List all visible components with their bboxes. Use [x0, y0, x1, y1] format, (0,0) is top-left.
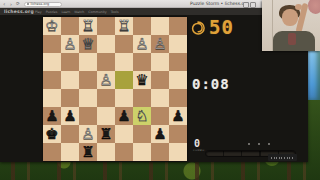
piece-black-rook: ♜	[99, 125, 112, 143]
screen: ‹ › ⟳ lichess.org Puzzle Storm • lichess…	[0, 0, 320, 180]
back-icon[interactable]: ‹	[3, 0, 5, 8]
storm-clock: 0:08	[192, 76, 230, 92]
lock-icon	[27, 3, 29, 5]
square-h8[interactable]	[43, 143, 61, 161]
chess-board: ♔♖♖♙♕♙♙♙♛♟♟♟♘♟♚♙♜♟♜	[43, 17, 187, 161]
square-g4[interactable]	[61, 71, 79, 89]
nav-item-learn[interactable]: Learn	[61, 10, 70, 14]
square-e2[interactable]	[97, 35, 115, 53]
square-b7[interactable]: ♟	[151, 125, 169, 143]
square-g2[interactable]: ♙	[61, 35, 79, 53]
square-a1[interactable]	[169, 17, 187, 35]
piece-black-pawn: ♟	[117, 107, 130, 125]
square-g8[interactable]	[61, 143, 79, 161]
square-f3[interactable]	[79, 53, 97, 71]
combo-label: COMBO	[193, 149, 205, 152]
square-a6[interactable]: ♟	[169, 107, 187, 125]
square-h2[interactable]	[43, 35, 61, 53]
square-e4[interactable]: ♙	[97, 71, 115, 89]
square-d5[interactable]	[115, 89, 133, 107]
square-d3[interactable]	[115, 53, 133, 71]
person-shirt-pattern	[288, 33, 296, 45]
combo-bonus-ticks	[248, 143, 270, 145]
piece-black-pawn: ♟	[153, 125, 166, 143]
piece-black-queen: ♛	[135, 71, 148, 89]
piece-white-knight: ♘	[135, 107, 148, 125]
piece-white-queen: ♕	[81, 35, 94, 53]
square-c3[interactable]	[133, 53, 151, 71]
square-c7[interactable]	[133, 125, 151, 143]
square-d2[interactable]	[115, 35, 133, 53]
piece-black-pawn: ♟	[171, 107, 184, 125]
square-h3[interactable]	[43, 53, 61, 71]
square-h1[interactable]: ♔	[43, 17, 61, 35]
piece-black-pawn: ♟	[63, 107, 76, 125]
square-d1[interactable]: ♖	[115, 17, 133, 35]
square-b8[interactable]	[151, 143, 169, 161]
square-f5[interactable]	[79, 89, 97, 107]
square-a2[interactable]	[169, 35, 187, 53]
webcam-overlay	[262, 0, 320, 51]
square-h4[interactable]	[43, 71, 61, 89]
watermark-label	[268, 154, 297, 161]
square-g3[interactable]	[61, 53, 79, 71]
piece-white-pawn: ♙	[153, 35, 166, 53]
square-e3[interactable]	[97, 53, 115, 71]
square-g1[interactable]	[61, 17, 79, 35]
square-e8[interactable]	[97, 143, 115, 161]
piece-white-pawn: ♙	[81, 125, 94, 143]
piece-black-pawn: ♟	[45, 107, 58, 125]
square-f7[interactable]: ♙	[79, 125, 97, 143]
square-h5[interactable]	[43, 89, 61, 107]
square-e6[interactable]	[97, 107, 115, 125]
square-g5[interactable]	[61, 89, 79, 107]
square-f8[interactable]: ♜	[79, 143, 97, 161]
square-f6[interactable]	[79, 107, 97, 125]
square-b2[interactable]: ♙	[151, 35, 169, 53]
combo-value: 0	[194, 138, 200, 149]
square-d7[interactable]	[115, 125, 133, 143]
person-hand	[295, 4, 302, 10]
nav-item-play[interactable]: Play	[35, 10, 42, 14]
reload-icon[interactable]: ⟳	[16, 0, 20, 8]
square-h6[interactable]: ♟	[43, 107, 61, 125]
square-a5[interactable]	[169, 89, 187, 107]
piece-black-rook: ♜	[81, 143, 94, 161]
nav-item-community[interactable]: Community	[88, 10, 106, 14]
address-text: lichess.org	[31, 2, 50, 6]
storm-score-widget: 50	[191, 18, 234, 37]
square-b1[interactable]	[151, 17, 169, 35]
piece-white-pawn: ♙	[63, 35, 76, 53]
storm-dragon-icon	[191, 21, 205, 35]
nav-item-puzzles[interactable]: Puzzles	[46, 10, 58, 14]
nav-item-watch[interactable]: Watch	[74, 10, 84, 14]
square-g7[interactable]	[61, 125, 79, 143]
square-b3[interactable]	[151, 53, 169, 71]
nav-item-tools[interactable]: Tools	[111, 10, 119, 14]
square-b4[interactable]	[151, 71, 169, 89]
square-d8[interactable]	[115, 143, 133, 161]
square-f2[interactable]: ♕	[79, 35, 97, 53]
square-c8[interactable]	[133, 143, 151, 161]
square-c6[interactable]: ♘	[133, 107, 151, 125]
square-c2[interactable]: ♙	[133, 35, 151, 53]
square-f4[interactable]	[79, 71, 97, 89]
square-b6[interactable]	[151, 107, 169, 125]
nav-menu: PlayPuzzlesLearnWatchCommunityTools	[35, 10, 119, 14]
window-title: Puzzle Storm • lichess.org	[190, 1, 249, 6]
piece-white-rook: ♖	[81, 17, 94, 35]
square-g6[interactable]: ♟	[61, 107, 79, 125]
piece-black-king: ♚	[45, 125, 58, 143]
square-b5[interactable]	[151, 89, 169, 107]
square-c1[interactable]	[133, 17, 151, 35]
forward-icon[interactable]: ›	[10, 0, 12, 8]
webcam-background-object	[308, 0, 320, 14]
piece-white-pawn: ♙	[135, 35, 148, 53]
square-c4[interactable]: ♛	[133, 71, 151, 89]
square-a8[interactable]	[169, 143, 187, 161]
square-e1[interactable]	[97, 17, 115, 35]
storm-score-value: 50	[209, 18, 234, 37]
square-a7[interactable]	[169, 125, 187, 143]
piece-white-pawn: ♙	[99, 71, 112, 89]
square-e7[interactable]: ♜	[97, 125, 115, 143]
square-e5[interactable]	[97, 89, 115, 107]
square-d6[interactable]: ♟	[115, 107, 133, 125]
lichess-logo[interactable]: lichess.org	[4, 9, 34, 14]
square-f1[interactable]: ♖	[79, 17, 97, 35]
square-h7[interactable]: ♚	[43, 125, 61, 143]
address-bar[interactable]: lichess.org	[24, 2, 62, 7]
piece-white-king: ♔	[45, 17, 58, 35]
square-a3[interactable]	[169, 53, 187, 71]
piece-white-rook: ♖	[117, 17, 130, 35]
square-d4[interactable]	[115, 71, 133, 89]
square-a4[interactable]	[169, 71, 187, 89]
square-c5[interactable]	[133, 89, 151, 107]
person-face	[282, 9, 298, 26]
